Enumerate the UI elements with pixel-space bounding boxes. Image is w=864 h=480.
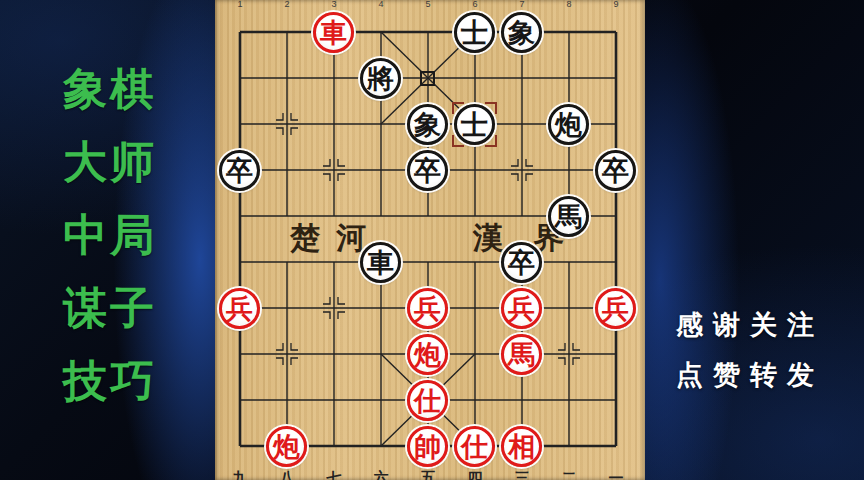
- piece-red-soldier[interactable]: 兵: [501, 288, 542, 329]
- file-number-bottom: 七: [326, 471, 342, 480]
- file-number-top: 7: [516, 0, 528, 9]
- piece-red-cannon[interactable]: 炮: [407, 334, 448, 375]
- right-banner-line: 感谢关注: [664, 300, 836, 350]
- piece-black-cannon[interactable]: 炮: [548, 104, 589, 145]
- file-number-top: 9: [610, 0, 622, 9]
- file-number-bottom: 三: [514, 471, 530, 480]
- file-number-top: 2: [281, 0, 293, 9]
- left-banner-line: 中局: [40, 198, 180, 271]
- file-number-bottom: 四: [467, 471, 483, 480]
- file-number-top: 1: [234, 0, 246, 9]
- file-number-bottom: 一: [608, 471, 624, 480]
- piece-red-advisor[interactable]: 仕: [407, 380, 448, 421]
- piece-red-chariot[interactable]: 車: [313, 12, 354, 53]
- file-number-bottom: 六: [373, 471, 389, 480]
- file-number-top: 6: [469, 0, 481, 9]
- piece-black-general[interactable]: 將: [360, 58, 401, 99]
- right-banner: 感谢关注 点赞转发: [664, 300, 836, 400]
- right-banner-line: 点赞转发: [664, 350, 836, 400]
- left-banner-line: 技巧: [40, 344, 180, 417]
- last-move-destination-marker: [452, 102, 497, 147]
- file-number-top: 5: [422, 0, 434, 9]
- piece-black-advisor[interactable]: 士: [454, 12, 495, 53]
- piece-red-soldier[interactable]: 兵: [407, 288, 448, 329]
- piece-red-elephant[interactable]: 相: [501, 426, 542, 467]
- file-number-bottom: 八: [279, 471, 295, 480]
- left-banner-line: 大师: [40, 125, 180, 198]
- left-banner-line: 谋子: [40, 271, 180, 344]
- left-banner: 象棋 大师 中局 谋子 技巧: [40, 52, 180, 417]
- piece-red-advisor[interactable]: 仕: [454, 426, 495, 467]
- piece-black-soldier[interactable]: 卒: [595, 150, 636, 191]
- file-number-top: 4: [375, 0, 387, 9]
- file-number-top: 8: [563, 0, 575, 9]
- piece-red-horse[interactable]: 馬: [501, 334, 542, 375]
- piece-black-elephant[interactable]: 象: [501, 12, 542, 53]
- piece-black-horse[interactable]: 馬: [548, 196, 589, 237]
- piece-red-cannon[interactable]: 炮: [266, 426, 307, 467]
- piece-red-soldier[interactable]: 兵: [219, 288, 260, 329]
- file-number-bottom: 五: [420, 471, 436, 480]
- piece-black-chariot[interactable]: 車: [360, 242, 401, 283]
- file-number-bottom: 二: [561, 471, 577, 480]
- file-number-top: 3: [328, 0, 340, 9]
- xiangqi-board: 車士象將象士炮卒卒卒馬車卒兵兵兵兵炮馬仕炮帥仕相: [216, 9, 639, 469]
- piece-black-soldier[interactable]: 卒: [501, 242, 542, 283]
- piece-red-soldier[interactable]: 兵: [595, 288, 636, 329]
- left-banner-line: 象棋: [40, 52, 180, 125]
- stage: 象棋 大师 中局 谋子 技巧 楚河 漢界 123456789 九八七六五四三二一…: [0, 0, 864, 480]
- piece-black-soldier[interactable]: 卒: [219, 150, 260, 191]
- piece-black-soldier[interactable]: 卒: [407, 150, 448, 191]
- piece-red-general[interactable]: 帥: [407, 426, 448, 467]
- last-move-origin-marker: [420, 71, 435, 86]
- piece-black-elephant[interactable]: 象: [407, 104, 448, 145]
- file-number-bottom: 九: [232, 471, 248, 480]
